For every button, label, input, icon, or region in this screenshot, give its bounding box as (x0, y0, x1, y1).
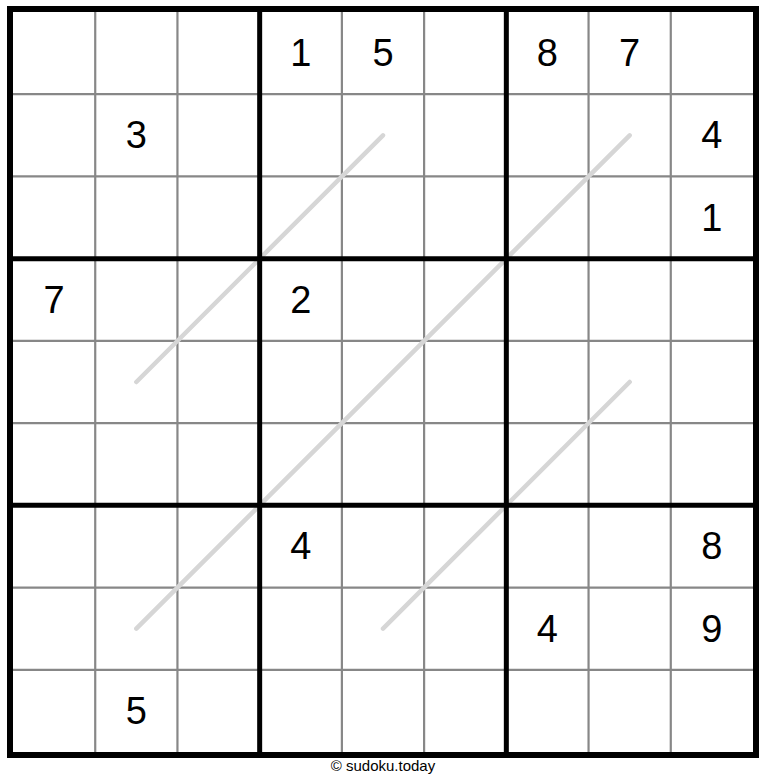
cell-r8c2[interactable] (95, 588, 177, 670)
cell-r8c9[interactable]: 9 (671, 588, 753, 670)
cell-r4c1[interactable]: 7 (13, 259, 95, 341)
cell-r1c8[interactable]: 7 (589, 12, 671, 94)
cell-r5c4[interactable] (260, 341, 342, 423)
cell-r2c8[interactable] (589, 94, 671, 176)
cell-r4c9[interactable] (671, 259, 753, 341)
cell-r9c1[interactable] (13, 670, 95, 752)
cell-r2c4[interactable] (260, 94, 342, 176)
cell-r7c4[interactable]: 4 (260, 505, 342, 587)
cell-r5c7[interactable] (506, 341, 588, 423)
cell-r2c3[interactable] (177, 94, 259, 176)
cell-r9c6[interactable] (424, 670, 506, 752)
cell-r4c2[interactable] (95, 259, 177, 341)
cell-r2c1[interactable] (13, 94, 95, 176)
sudoku-board: 15873417248495 (7, 6, 759, 758)
cell-r5c9[interactable] (671, 341, 753, 423)
cell-r3c9[interactable]: 1 (671, 176, 753, 258)
cell-r3c2[interactable] (95, 176, 177, 258)
cell-r7c6[interactable] (424, 505, 506, 587)
cell-r9c5[interactable] (342, 670, 424, 752)
cell-r7c2[interactable] (95, 505, 177, 587)
cell-r8c5[interactable] (342, 588, 424, 670)
cell-r5c5[interactable] (342, 341, 424, 423)
cell-r9c9[interactable] (671, 670, 753, 752)
cell-r8c6[interactable] (424, 588, 506, 670)
cell-r6c9[interactable] (671, 423, 753, 505)
cell-r7c3[interactable] (177, 505, 259, 587)
cell-r5c1[interactable] (13, 341, 95, 423)
cell-r6c2[interactable] (95, 423, 177, 505)
cell-r8c1[interactable] (13, 588, 95, 670)
cell-r6c1[interactable] (13, 423, 95, 505)
cell-r1c5[interactable]: 5 (342, 12, 424, 94)
cell-r2c2[interactable]: 3 (95, 94, 177, 176)
cell-r1c2[interactable] (95, 12, 177, 94)
cell-r4c4[interactable]: 2 (260, 259, 342, 341)
cell-r1c4[interactable]: 1 (260, 12, 342, 94)
cell-r7c1[interactable] (13, 505, 95, 587)
cell-r4c6[interactable] (424, 259, 506, 341)
cell-r4c5[interactable] (342, 259, 424, 341)
cell-r5c8[interactable] (589, 341, 671, 423)
cell-r9c2[interactable]: 5 (95, 670, 177, 752)
cell-r2c9[interactable]: 4 (671, 94, 753, 176)
cell-r8c8[interactable] (589, 588, 671, 670)
cell-r3c7[interactable] (506, 176, 588, 258)
cell-r3c5[interactable] (342, 176, 424, 258)
cell-r7c9[interactable]: 8 (671, 505, 753, 587)
cell-r8c7[interactable]: 4 (506, 588, 588, 670)
cell-r1c6[interactable] (424, 12, 506, 94)
cell-r7c5[interactable] (342, 505, 424, 587)
cell-r9c4[interactable] (260, 670, 342, 752)
cell-r9c3[interactable] (177, 670, 259, 752)
cell-r6c7[interactable] (506, 423, 588, 505)
cell-r7c8[interactable] (589, 505, 671, 587)
cell-r8c4[interactable] (260, 588, 342, 670)
cell-r6c5[interactable] (342, 423, 424, 505)
cell-r4c8[interactable] (589, 259, 671, 341)
cell-r9c8[interactable] (589, 670, 671, 752)
cell-r2c5[interactable] (342, 94, 424, 176)
cell-r6c8[interactable] (589, 423, 671, 505)
cell-r5c6[interactable] (424, 341, 506, 423)
cell-r7c7[interactable] (506, 505, 588, 587)
cell-r2c6[interactable] (424, 94, 506, 176)
cell-r2c7[interactable] (506, 94, 588, 176)
cell-r6c6[interactable] (424, 423, 506, 505)
cell-r5c3[interactable] (177, 341, 259, 423)
cell-r8c3[interactable] (177, 588, 259, 670)
cell-r3c4[interactable] (260, 176, 342, 258)
cell-r3c6[interactable] (424, 176, 506, 258)
cell-r5c2[interactable] (95, 341, 177, 423)
cell-r4c7[interactable] (506, 259, 588, 341)
cell-r6c3[interactable] (177, 423, 259, 505)
copyright-caption: © sudoku.today (7, 757, 759, 774)
cell-r3c1[interactable] (13, 176, 95, 258)
cell-r6c4[interactable] (260, 423, 342, 505)
cell-r4c3[interactable] (177, 259, 259, 341)
cell-r3c8[interactable] (589, 176, 671, 258)
cell-r1c3[interactable] (177, 12, 259, 94)
cell-r1c9[interactable] (671, 12, 753, 94)
cell-r1c1[interactable] (13, 12, 95, 94)
cell-r3c3[interactable] (177, 176, 259, 258)
cell-r1c7[interactable]: 8 (506, 12, 588, 94)
sudoku-grid: 15873417248495 (13, 12, 753, 752)
cell-r9c7[interactable] (506, 670, 588, 752)
